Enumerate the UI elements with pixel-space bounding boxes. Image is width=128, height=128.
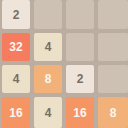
tile-32: 32 <box>2 33 30 61</box>
tile-4: 4 <box>34 97 62 128</box>
empty-cell <box>98 33 128 61</box>
tile-8: 8 <box>98 97 128 128</box>
tile-2: 2 <box>2 0 30 29</box>
board-2048[interactable]: 2324482164168 <box>0 0 128 128</box>
tile-16: 16 <box>66 97 94 128</box>
empty-cell <box>98 65 128 93</box>
empty-cell <box>98 0 128 29</box>
empty-cell <box>66 0 94 29</box>
tile-4: 4 <box>2 65 30 93</box>
tile-16: 16 <box>2 97 30 128</box>
empty-cell <box>34 0 62 29</box>
tile-4: 4 <box>34 33 62 61</box>
empty-cell <box>66 33 94 61</box>
tile-2: 2 <box>66 65 94 93</box>
tile-8: 8 <box>34 65 62 93</box>
